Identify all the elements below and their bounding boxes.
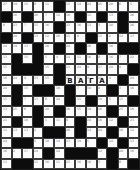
letter-cell-r5c4[interactable]: 5 (43, 54, 54, 65)
cell-number: 7 (77, 86, 79, 89)
black-cell-r9c12 (128, 96, 139, 107)
letter-cell-r10c8[interactable]: 19 (86, 106, 97, 117)
cell-number: 14 (109, 139, 113, 142)
letter-cell-r2c12[interactable]: 26 (128, 22, 139, 33)
letter-cell-r13c0[interactable]: 24 (1, 138, 12, 149)
cell-number: 16 (56, 86, 60, 89)
letter-cell-r7c6[interactable]: 21В (65, 75, 76, 86)
letter-cell-r4c8[interactable]: 26 (86, 43, 97, 54)
letter-cell-r12c1[interactable]: 13 (12, 127, 23, 138)
black-cell-r2c11 (118, 22, 129, 33)
cell-number: 19 (87, 86, 91, 89)
letter-cell-r15c3[interactable]: 11 (33, 159, 44, 170)
letter-cell-r7c12[interactable]: 24 (128, 75, 139, 86)
cell-number: 13 (3, 55, 7, 58)
cell-number: 13 (3, 160, 7, 163)
letter-cell-r13c3[interactable]: 5 (33, 138, 44, 149)
cell-number: 14 (66, 55, 70, 58)
cell-number: 4 (119, 65, 121, 68)
letter-cell-r10c0[interactable]: 13 (1, 106, 12, 117)
cell-number: 20 (109, 65, 113, 68)
letter-cell-r14c1[interactable]: 2 (12, 148, 23, 159)
cell-number: 27 (3, 2, 7, 5)
letter-cell-r13c8[interactable]: 5 (86, 138, 97, 149)
letter-cell-r2c7[interactable]: 16 (75, 22, 86, 33)
letter-cell-r14c9[interactable]: 12 (97, 148, 108, 159)
letter-cell-r0c11[interactable]: 6 (118, 1, 129, 12)
letter-cell-r15c8[interactable]: 16 (86, 159, 97, 170)
letter-cell-r0c4[interactable]: 11 (43, 1, 54, 12)
letter-cell-r8c5[interactable]: 16 (54, 85, 65, 96)
letter-cell-r4c1[interactable]: 19 (12, 43, 23, 54)
letter-cell-r5c7[interactable]: 11 (75, 54, 86, 65)
cell-number: 16 (98, 118, 102, 121)
black-cell-r3c2 (22, 33, 33, 44)
letter-cell-r2c4[interactable]: 16 (43, 22, 54, 33)
letter-cell-r4c10[interactable]: 16 (107, 43, 118, 54)
letter-cell-r13c7[interactable]: 19 (75, 138, 86, 149)
letter-cell-r0c1[interactable]: 19 (12, 1, 23, 12)
cell-number: 20 (109, 23, 113, 26)
letter-cell-r6c4[interactable]: 15 (43, 64, 54, 75)
black-cell-r10c10 (107, 106, 118, 117)
letter-cell-r5c12[interactable]: 22 (128, 54, 139, 65)
cell-number: 19 (13, 44, 17, 47)
letter-cell-r6c8[interactable]: 9 (86, 64, 97, 75)
letter-cell-r3c5[interactable]: 26 (54, 33, 65, 44)
letter-cell-r4c2[interactable]: 13 (22, 43, 33, 54)
letter-cell-r7c0[interactable]: 16 (1, 75, 12, 86)
cell-number: 16 (130, 149, 134, 152)
letter-cell-r6c0[interactable]: 15 (1, 64, 12, 75)
cell-number: 9 (24, 76, 26, 79)
letter-cell-r0c3[interactable]: 8 (33, 1, 44, 12)
letter-cell-r0c0[interactable]: 27 (1, 1, 12, 12)
black-cell-r8c6 (65, 85, 76, 96)
cell-number: 4 (98, 86, 100, 89)
cell-number: 26 (66, 128, 70, 131)
black-cell-r10c3 (33, 106, 44, 117)
letter-cell-r11c6[interactable]: 8 (65, 117, 76, 128)
black-cell-r14c7 (75, 148, 86, 159)
cell-number: 2 (34, 128, 36, 131)
letter-cell-r0c8[interactable]: 24 (86, 1, 97, 12)
cell-number: 11 (3, 128, 7, 131)
cell-number: 3 (119, 86, 121, 89)
letter-cell-r2c10[interactable]: 20 (107, 22, 118, 33)
cell-number: 16 (24, 118, 28, 121)
cell-number: 7 (119, 55, 121, 58)
black-cell-r5c1 (12, 54, 23, 65)
cell-number: 8 (45, 97, 47, 100)
letter-cell-r3c1[interactable]: 20 (12, 33, 23, 44)
letter-cell-r15c4[interactable]: 16 (43, 159, 54, 170)
letter-cell-r14c12[interactable]: 16 (128, 148, 139, 159)
letter-cell-r1c6[interactable]: 16 (65, 12, 76, 23)
cell-number: 15 (24, 2, 28, 5)
letter-cell-r7c10[interactable]: 4 (107, 75, 118, 86)
letter-cell-r10c12[interactable]: 16 (128, 106, 139, 117)
cell-number: 11 (66, 2, 70, 5)
cell-number: 6 (119, 2, 121, 5)
cell-number: 13 (13, 128, 17, 131)
cell-number: 7 (24, 23, 26, 26)
cell-number: 15 (45, 65, 49, 68)
letter-cell-r3c9[interactable]: 11 (97, 33, 108, 44)
cell-number: 16 (77, 23, 81, 26)
cell-number: 24 (3, 44, 7, 47)
black-cell-r13c11 (118, 138, 129, 149)
cell-number: 24 (87, 2, 91, 5)
letter-cell-r10c1[interactable]: 25 (12, 106, 23, 117)
letter-cell-r9c0[interactable]: 15 (1, 96, 12, 107)
letter-cell-r7c7[interactable]: 11А (75, 75, 86, 86)
letter-cell-r8c9[interactable]: 4 (97, 85, 108, 96)
letter-cell-r2c3[interactable]: 15 (33, 22, 44, 33)
cell-number: 20 (3, 86, 7, 89)
letter-cell-r11c4[interactable]: 1 (43, 117, 54, 128)
letter-cell-r14c5[interactable]: 24 (54, 148, 65, 159)
letter-cell-r8c0[interactable]: 20 (1, 85, 12, 96)
letter-cell-r9c5[interactable]: 24 (54, 96, 65, 107)
letter-cell-r0c10[interactable]: 20 (107, 1, 118, 12)
cell-number: 11 (98, 34, 102, 37)
letter-cell-r5c5[interactable]: 4 (54, 54, 65, 65)
cell-number: 20 (109, 2, 113, 5)
letter-cell-r14c0[interactable]: 16 (1, 148, 12, 159)
letter-cell-r4c0[interactable]: 24 (1, 43, 12, 54)
cell-number: 25 (119, 107, 123, 110)
letter-cell-r2c8[interactable]: 13 (86, 22, 97, 33)
letter-cell-r8c12[interactable]: 16 (128, 85, 139, 96)
cell-number: 16 (130, 86, 134, 89)
cell-number: 2 (109, 34, 111, 37)
letter-cell-r13c5[interactable]: 14 (54, 138, 65, 149)
letter-cell-r0c2[interactable]: 15 (22, 1, 33, 12)
cell-number: 13 (66, 139, 70, 142)
cell-number: 11 (77, 97, 81, 100)
cell-number: 16 (45, 160, 49, 163)
letter-cell-r11c5[interactable]: 11 (54, 117, 65, 128)
letter-cell-r5c2[interactable]: 15 (22, 54, 33, 65)
letter-cell-r3c10[interactable]: 2 (107, 33, 118, 44)
black-cell-r15c12 (128, 159, 139, 170)
cell-number: 22 (130, 55, 134, 58)
black-cell-r14c8 (86, 148, 97, 159)
cell-number: 24 (130, 76, 134, 79)
cell-number: 26 (34, 13, 38, 16)
letter-cell-r3c12[interactable]: 13 (128, 33, 139, 44)
black-cell-r6c12 (128, 64, 139, 75)
letter-cell-r5c10[interactable]: 16 (107, 54, 118, 65)
letter-cell-r12c2[interactable]: 13 (22, 127, 33, 138)
letter-cell-r2c2[interactable]: 7 (22, 22, 33, 33)
letter-cell-r1c3[interactable]: 26 (33, 12, 44, 23)
letter-cell-r0c9[interactable]: 25 (97, 1, 108, 12)
cell-number: 5 (130, 2, 132, 5)
cell-number: 13 (34, 76, 38, 79)
cell-number: 16 (130, 107, 134, 110)
letter-cell-r6c11[interactable]: 4 (118, 64, 129, 75)
letter-cell-r5c8[interactable]: 16 (86, 54, 97, 65)
cell-number: 20 (13, 34, 17, 37)
black-cell-r8c4 (43, 85, 54, 96)
black-cell-r12c10 (107, 127, 118, 138)
cell-number: 7 (45, 13, 47, 16)
letter-cell-r10c2[interactable]: 6 (22, 106, 33, 117)
letter-cell-r3c4[interactable]: 12 (43, 33, 54, 44)
letter-cell-r4c4[interactable]: 26 (43, 43, 54, 54)
letter-cell-r5c0[interactable]: 13 (1, 54, 12, 65)
letter-cell-r9c11[interactable]: 15 (118, 96, 129, 107)
filled-letter: Г (87, 77, 96, 85)
cell-number: 13 (24, 44, 28, 47)
letter-cell-r2c6[interactable]: 23 (65, 22, 76, 33)
black-cell-r4c11 (118, 43, 129, 54)
letter-cell-r3c11[interactable]: 14 (118, 33, 129, 44)
letter-cell-r3c3[interactable]: 13 (33, 33, 44, 44)
letter-cell-r12c11[interactable]: 16 (118, 127, 129, 138)
black-cell-r4c12 (128, 43, 139, 54)
cell-number: 3 (98, 23, 100, 26)
letter-cell-r7c4[interactable]: 15 (43, 75, 54, 86)
cell-number: 18 (45, 139, 49, 142)
cell-number: 16 (87, 160, 91, 163)
black-cell-r11c7 (75, 117, 86, 128)
black-cell-r13c2 (22, 138, 33, 149)
letter-cell-r4c6[interactable]: 24 (65, 43, 76, 54)
letter-cell-r14c2[interactable]: 17 (22, 148, 33, 159)
letter-cell-r15c7[interactable]: 16 (75, 159, 86, 170)
cell-number: 16 (13, 13, 17, 16)
cell-number: 24 (56, 97, 60, 100)
letter-cell-r1c1[interactable]: 16 (12, 12, 23, 23)
cell-number: 16 (87, 55, 91, 58)
cell-number: 16 (66, 107, 70, 110)
black-cell-r9c8 (86, 96, 97, 107)
letter-cell-r1c10[interactable]: 13 (107, 12, 118, 23)
cell-number: 5 (34, 139, 36, 142)
cell-number: 3 (98, 160, 100, 163)
cell-number: 13 (130, 139, 134, 142)
letter-cell-r11c12[interactable]: 23 (128, 117, 139, 128)
cell-number: 4 (56, 55, 58, 58)
black-cell-r11c1 (12, 117, 23, 128)
letter-cell-r7c3[interactable]: 13 (33, 75, 44, 86)
black-cell-r1c9 (97, 12, 108, 23)
cell-number: 25 (13, 107, 17, 110)
letter-cell-r5c11[interactable]: 7 (118, 54, 129, 65)
black-cell-r6c1 (12, 64, 23, 75)
black-cell-r14c6 (65, 148, 76, 159)
black-cell-r4c5 (54, 43, 65, 54)
letter-cell-r15c0[interactable]: 13 (1, 159, 12, 170)
letter-cell-r7c1[interactable]: 24 (12, 75, 23, 86)
cell-number: 24 (87, 118, 91, 121)
cell-number: 13 (109, 13, 113, 16)
letter-cell-r12c6[interactable]: 26 (65, 127, 76, 138)
letter-cell-r13c12[interactable]: 13 (128, 138, 139, 149)
cell-number: 16 (109, 55, 113, 58)
cell-number: 1 (45, 118, 47, 121)
cell-number: 15 (77, 107, 81, 110)
black-cell-r8c3 (33, 85, 44, 96)
letter-cell-r3c7[interactable]: 8 (75, 33, 86, 44)
cell-number: 20 (45, 107, 49, 110)
cell-number: 26 (130, 13, 134, 16)
black-cell-r13c1 (12, 138, 23, 149)
letter-cell-r14c3[interactable]: 24 (33, 148, 44, 159)
letter-cell-r8c7[interactable]: 7 (75, 85, 86, 96)
black-cell-r14c4 (43, 148, 54, 159)
cell-number: 26 (56, 34, 60, 37)
black-cell-r1c7 (75, 12, 86, 23)
letter-cell-r9c4[interactable]: 8 (43, 96, 54, 107)
black-cell-r8c1 (12, 85, 23, 96)
letter-cell-r9c10[interactable]: 5 (107, 96, 118, 107)
cell-number: 24 (56, 149, 60, 152)
letter-cell-r12c8[interactable]: 14 (86, 127, 97, 138)
black-cell-r12c4 (43, 127, 54, 138)
cell-number: 14 (77, 2, 81, 5)
letter-cell-r6c7[interactable]: 24 (75, 64, 86, 75)
black-cell-r6c5 (54, 64, 65, 75)
cell-number: 24 (3, 139, 7, 142)
letter-cell-r0c7[interactable]: 14 (75, 1, 86, 12)
cell-number: 15 (34, 23, 38, 26)
cell-number: 25 (98, 2, 102, 5)
cell-number: 19 (13, 2, 17, 5)
cell-number: 16 (109, 44, 113, 47)
cell-number: 14 (56, 139, 60, 142)
black-cell-r14c10 (107, 148, 118, 159)
letter-cell-r10c4[interactable]: 20 (43, 106, 54, 117)
black-cell-r1c11 (118, 12, 129, 23)
letter-cell-r12c0[interactable]: 11 (1, 127, 12, 138)
letter-cell-r2c9[interactable]: 3 (97, 22, 108, 33)
cell-number: 20 (119, 149, 123, 152)
black-cell-r13c9 (97, 138, 108, 149)
letter-cell-r9c2[interactable]: 7 (22, 96, 33, 107)
letter-cell-r15c6[interactable]: 23 (65, 159, 76, 170)
letter-cell-r5c6[interactable]: 14 (65, 54, 76, 65)
letter-cell-r3c6[interactable]: 11 (65, 33, 76, 44)
letter-cell-r6c9[interactable]: 17 (97, 64, 108, 75)
black-cell-r4c9 (97, 43, 108, 54)
cell-number: 12 (45, 34, 49, 37)
cell-number: 14 (119, 34, 123, 37)
letter-cell-r6c6[interactable]: 11 (65, 64, 76, 75)
letter-cell-r13c6[interactable]: 13 (65, 138, 76, 149)
filled-letter: А (98, 77, 107, 85)
letter-cell-r11c2[interactable]: 16 (22, 117, 33, 128)
letter-cell-r11c10[interactable]: 12 (107, 117, 118, 128)
cell-number: 11 (56, 118, 60, 121)
black-cell-r1c2 (22, 12, 33, 23)
letter-cell-r2c0[interactable]: 6 (1, 22, 12, 33)
cell-number: 9 (87, 65, 89, 68)
letter-cell-r7c8[interactable]: 4Г (86, 75, 97, 86)
letter-cell-r8c2[interactable]: 15 (22, 85, 33, 96)
letter-cell-r1c8[interactable]: 11 (86, 12, 97, 23)
black-cell-r12c5 (54, 127, 65, 138)
letter-cell-r12c12[interactable]: 12 (128, 127, 139, 138)
black-cell-r6c2 (22, 64, 33, 75)
letter-cell-r2c1[interactable]: 23 (12, 22, 23, 33)
cell-number: 15 (24, 86, 28, 89)
cell-number: 26 (45, 44, 49, 47)
cell-number: 16 (66, 13, 70, 16)
letter-cell-r15c11[interactable]: 8 (118, 159, 129, 170)
black-cell-r1c0 (1, 12, 12, 23)
cell-number: 19 (77, 139, 81, 142)
letter-cell-r9c7[interactable]: 11 (75, 96, 86, 107)
letter-cell-r15c9[interactable]: 3 (97, 159, 108, 170)
letter-cell-r9c9[interactable]: 10 (97, 96, 108, 107)
cell-number: 24 (66, 44, 70, 47)
letter-cell-r11c0[interactable]: 21 (1, 117, 12, 128)
black-cell-r15c2 (22, 159, 33, 170)
letter-cell-r1c5[interactable]: 12 (54, 12, 65, 23)
black-cell-r3c0 (1, 33, 12, 44)
cell-number: 23 (66, 160, 70, 163)
letter-cell-r14c11[interactable]: 20 (118, 148, 129, 159)
letter-cell-r7c9[interactable]: 11А (97, 75, 108, 86)
cell-number: 11 (66, 34, 70, 37)
letter-cell-r0c12[interactable]: 5 (128, 1, 139, 12)
letter-cell-r9c3[interactable]: 11 (33, 96, 44, 107)
letter-cell-r12c3[interactable]: 2 (33, 127, 44, 138)
codeword-puzzle: 2719158111114242520651626712161113266237… (0, 0, 140, 170)
letter-cell-r0c6[interactable]: 11 (65, 1, 76, 12)
cell-number: 23 (13, 23, 17, 26)
cell-number: 13 (24, 128, 28, 131)
black-cell-r3c8 (86, 33, 97, 44)
cell-number: 16 (77, 160, 81, 163)
letter-cell-r8c11[interactable]: 3 (118, 85, 129, 96)
letter-cell-r10c11[interactable]: 25 (118, 106, 129, 117)
letter-cell-r5c9[interactable]: 8 (97, 54, 108, 65)
letter-cell-r10c9[interactable]: 16 (97, 106, 108, 117)
letter-cell-r13c10[interactable]: 14 (107, 138, 118, 149)
cell-number: 11 (56, 160, 60, 163)
cell-number: 16 (119, 128, 123, 131)
letter-cell-r13c4[interactable]: 18 (43, 138, 54, 149)
filled-letter: А (76, 77, 85, 85)
black-cell-r12c7 (75, 127, 86, 138)
cell-number: 12 (98, 149, 102, 152)
cell-number: 5 (87, 139, 89, 142)
letter-cell-r7c2[interactable]: 9 (22, 75, 33, 86)
letter-cell-r8c8[interactable]: 19 (86, 85, 97, 96)
black-cell-r15c10 (107, 159, 118, 170)
letter-cell-r1c12[interactable]: 26 (128, 12, 139, 23)
letter-cell-r10c6[interactable]: 16 (65, 106, 76, 117)
cell-number: 15 (3, 65, 7, 68)
letter-cell-r10c7[interactable]: 15 (75, 106, 86, 117)
letter-cell-r12c9[interactable]: 24 (97, 127, 108, 138)
letter-cell-r6c10[interactable]: 20 (107, 64, 118, 75)
cell-number: 26 (130, 23, 134, 26)
letter-cell-r11c8[interactable]: 24 (86, 117, 97, 128)
letter-cell-r11c9[interactable]: 16 (97, 117, 108, 128)
cell-number: 11 (34, 160, 38, 163)
cell-number: 8 (34, 2, 36, 5)
letter-cell-r1c4[interactable]: 7 (43, 12, 54, 23)
black-cell-r10c5 (54, 106, 65, 117)
letter-cell-r15c5[interactable]: 11 (54, 159, 65, 170)
cell-number: 13 (87, 23, 91, 26)
